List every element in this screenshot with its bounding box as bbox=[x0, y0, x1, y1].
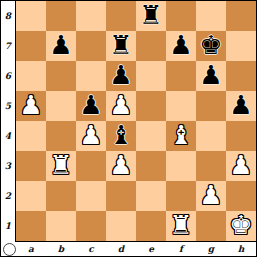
square-a8[interactable] bbox=[16, 1, 46, 31]
square-c8[interactable] bbox=[76, 1, 106, 31]
rank-label-1: 1 bbox=[1, 211, 15, 241]
square-g5[interactable] bbox=[196, 91, 226, 121]
square-f2[interactable] bbox=[166, 181, 196, 211]
piece-white-bishop[interactable]: ♝︎ bbox=[169, 121, 192, 150]
piece-white-pawn[interactable]: ♟︎ bbox=[79, 121, 102, 150]
file-label-g: g bbox=[196, 242, 226, 256]
square-c1[interactable] bbox=[76, 211, 106, 241]
square-f6[interactable] bbox=[166, 61, 196, 91]
square-e6[interactable] bbox=[136, 61, 166, 91]
square-h2[interactable] bbox=[226, 181, 256, 211]
piece-white-king[interactable]: ♚︎ bbox=[229, 211, 252, 240]
file-labels: abcdefgh bbox=[16, 242, 256, 256]
square-f4[interactable]: ♝︎ bbox=[166, 121, 196, 151]
square-a7[interactable] bbox=[16, 31, 46, 61]
square-h7[interactable] bbox=[226, 31, 256, 61]
square-b5[interactable] bbox=[46, 91, 76, 121]
square-g3[interactable] bbox=[196, 151, 226, 181]
square-d5[interactable]: ♟︎ bbox=[106, 91, 136, 121]
piece-black-king[interactable]: ♚︎ bbox=[199, 31, 222, 60]
square-b7[interactable]: ♟︎ bbox=[46, 31, 76, 61]
square-d2[interactable] bbox=[106, 181, 136, 211]
square-h1[interactable]: ♚︎ bbox=[226, 211, 256, 241]
file-label-e: e bbox=[136, 242, 166, 256]
square-b3[interactable]: ♜︎ bbox=[46, 151, 76, 181]
square-h5[interactable]: ♟︎ bbox=[226, 91, 256, 121]
square-e2[interactable] bbox=[136, 181, 166, 211]
square-e4[interactable] bbox=[136, 121, 166, 151]
file-label-d: d bbox=[106, 242, 136, 256]
rank-label-6: 6 bbox=[1, 61, 15, 91]
square-g2[interactable]: ♟︎ bbox=[196, 181, 226, 211]
square-d8[interactable] bbox=[106, 1, 136, 31]
square-c5[interactable]: ♟︎ bbox=[76, 91, 106, 121]
piece-white-pawn[interactable]: ♟︎ bbox=[199, 181, 222, 210]
square-e3[interactable] bbox=[136, 151, 166, 181]
piece-white-pawn[interactable]: ♟︎ bbox=[109, 91, 132, 120]
file-label-h: h bbox=[226, 242, 256, 256]
square-a5[interactable]: ♟︎ bbox=[16, 91, 46, 121]
piece-black-pawn[interactable]: ♟︎ bbox=[169, 31, 192, 60]
rank-label-4: 4 bbox=[1, 121, 15, 151]
square-b4[interactable] bbox=[46, 121, 76, 151]
piece-black-bishop[interactable]: ♝︎ bbox=[109, 121, 132, 150]
file-label-b: b bbox=[46, 242, 76, 256]
square-c6[interactable] bbox=[76, 61, 106, 91]
piece-white-rook[interactable]: ♜︎ bbox=[169, 211, 192, 240]
piece-white-pawn[interactable]: ♟︎ bbox=[229, 151, 252, 180]
square-g1[interactable] bbox=[196, 211, 226, 241]
square-d4[interactable]: ♝︎ bbox=[106, 121, 136, 151]
piece-black-pawn[interactable]: ♟︎ bbox=[199, 61, 222, 90]
square-d6[interactable]: ♟︎ bbox=[106, 61, 136, 91]
square-c4[interactable]: ♟︎ bbox=[76, 121, 106, 151]
piece-white-pawn[interactable]: ♟︎ bbox=[109, 151, 132, 180]
rank-label-7: 7 bbox=[1, 31, 15, 61]
rank-label-5: 5 bbox=[1, 91, 15, 121]
square-e7[interactable] bbox=[136, 31, 166, 61]
square-e1[interactable] bbox=[136, 211, 166, 241]
square-e5[interactable] bbox=[136, 91, 166, 121]
square-h3[interactable]: ♟︎ bbox=[226, 151, 256, 181]
file-label-c: c bbox=[76, 242, 106, 256]
square-c7[interactable] bbox=[76, 31, 106, 61]
square-d1[interactable] bbox=[106, 211, 136, 241]
square-f5[interactable] bbox=[166, 91, 196, 121]
piece-black-rook[interactable]: ♜︎ bbox=[109, 31, 132, 60]
file-label-f: f bbox=[166, 242, 196, 256]
side-to-move-indicator bbox=[3, 243, 16, 256]
square-f1[interactable]: ♜︎ bbox=[166, 211, 196, 241]
square-a6[interactable] bbox=[16, 61, 46, 91]
piece-black-pawn[interactable]: ♟︎ bbox=[79, 91, 102, 120]
square-g8[interactable] bbox=[196, 1, 226, 31]
square-d3[interactable]: ♟︎ bbox=[106, 151, 136, 181]
rank-label-3: 3 bbox=[1, 151, 15, 181]
square-f7[interactable]: ♟︎ bbox=[166, 31, 196, 61]
square-h8[interactable] bbox=[226, 1, 256, 31]
square-h6[interactable] bbox=[226, 61, 256, 91]
square-f3[interactable] bbox=[166, 151, 196, 181]
piece-black-pawn[interactable]: ♟︎ bbox=[109, 61, 132, 90]
square-c3[interactable] bbox=[76, 151, 106, 181]
square-b6[interactable] bbox=[46, 61, 76, 91]
square-a4[interactable] bbox=[16, 121, 46, 151]
square-e8[interactable]: ♜︎ bbox=[136, 1, 166, 31]
square-g7[interactable]: ♚︎ bbox=[196, 31, 226, 61]
piece-black-pawn[interactable]: ♟︎ bbox=[49, 31, 72, 60]
piece-black-rook[interactable]: ♜︎ bbox=[139, 1, 162, 30]
square-a3[interactable] bbox=[16, 151, 46, 181]
square-g6[interactable]: ♟︎ bbox=[196, 61, 226, 91]
square-g4[interactable] bbox=[196, 121, 226, 151]
piece-white-rook[interactable]: ♜︎ bbox=[49, 151, 72, 180]
square-h4[interactable] bbox=[226, 121, 256, 151]
chess-diagram: 87654321 ♜︎♟︎♜︎♟︎♚︎♟︎♟︎♟︎♟︎♟︎♟︎♟︎♝︎♝︎♜︎♟… bbox=[0, 0, 257, 257]
square-b8[interactable] bbox=[46, 1, 76, 31]
square-c2[interactable] bbox=[76, 181, 106, 211]
square-a1[interactable] bbox=[16, 211, 46, 241]
square-d7[interactable]: ♜︎ bbox=[106, 31, 136, 61]
square-b1[interactable] bbox=[46, 211, 76, 241]
rank-labels: 87654321 bbox=[1, 1, 15, 241]
square-f8[interactable] bbox=[166, 1, 196, 31]
rank-label-8: 8 bbox=[1, 1, 15, 31]
square-a2[interactable] bbox=[16, 181, 46, 211]
piece-black-pawn[interactable]: ♟︎ bbox=[229, 91, 252, 120]
piece-white-pawn[interactable]: ♟︎ bbox=[19, 91, 42, 120]
file-label-a: a bbox=[16, 242, 46, 256]
rank-label-2: 2 bbox=[1, 181, 15, 211]
square-b2[interactable] bbox=[46, 181, 76, 211]
board[interactable]: ♜︎♟︎♜︎♟︎♚︎♟︎♟︎♟︎♟︎♟︎♟︎♟︎♝︎♝︎♜︎♟︎♟︎♟︎♜︎♚︎ bbox=[15, 1, 256, 242]
